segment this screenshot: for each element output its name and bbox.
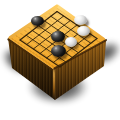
black-stone — [31, 16, 44, 26]
goban-grid-lines — [0, 0, 120, 120]
white-stone — [74, 15, 87, 25]
white-stone — [65, 37, 77, 47]
go-board-app-icon[interactable] — [0, 0, 120, 120]
white-stone — [77, 26, 90, 36]
black-stone — [51, 31, 65, 42]
black-stone — [51, 45, 66, 57]
